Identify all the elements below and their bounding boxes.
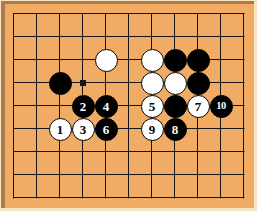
stone-black: 4	[95, 95, 118, 118]
board-point	[49, 141, 72, 164]
board-point: 2	[72, 95, 95, 118]
board-point	[118, 187, 141, 210]
stone-number: 2	[80, 99, 87, 112]
board-point	[210, 118, 233, 141]
board-point	[95, 26, 118, 49]
board-point	[210, 49, 233, 72]
board-point	[118, 26, 141, 49]
stone-white	[164, 72, 187, 95]
board-point	[210, 187, 233, 210]
board-point	[3, 49, 26, 72]
stone-white: 3	[72, 118, 95, 141]
board-point	[118, 72, 141, 95]
board-point	[164, 164, 187, 187]
board-point	[26, 118, 49, 141]
board-point	[210, 26, 233, 49]
stone-number: 5	[149, 99, 156, 112]
board-point: 7	[187, 95, 210, 118]
stone-number: 7	[195, 99, 202, 112]
board-point	[187, 164, 210, 187]
board-point	[72, 3, 95, 26]
board-point	[118, 3, 141, 26]
stone-white	[141, 49, 164, 72]
board-point	[164, 72, 187, 95]
board-point	[72, 49, 95, 72]
stone-white: 7	[187, 95, 210, 118]
go-diagram: 24571013698	[0, 0, 257, 211]
board-point	[49, 187, 72, 210]
stone-black: 8	[164, 118, 187, 141]
board-point: 6	[95, 118, 118, 141]
stone-number: 9	[149, 122, 156, 135]
board-point	[3, 3, 26, 26]
board-point	[26, 187, 49, 210]
board-point	[26, 141, 49, 164]
board-point	[233, 187, 256, 210]
board-point	[3, 95, 26, 118]
board-point	[95, 141, 118, 164]
board-point	[233, 26, 256, 49]
board-point	[187, 72, 210, 95]
board-point	[233, 95, 256, 118]
board-point	[210, 72, 233, 95]
board-point	[187, 118, 210, 141]
board-point	[49, 72, 72, 95]
board-point	[49, 3, 72, 26]
board-point: 8	[164, 118, 187, 141]
board-point	[49, 26, 72, 49]
stone-black	[164, 95, 187, 118]
board-point	[141, 187, 164, 210]
board-point: 10	[210, 95, 233, 118]
stone-number: 6	[103, 122, 110, 135]
stone-number: 10	[216, 100, 225, 111]
board-point	[95, 72, 118, 95]
stone-black	[187, 49, 210, 72]
board-grid: 24571013698	[3, 3, 256, 210]
stone-black: 10	[210, 95, 233, 118]
board-point	[49, 49, 72, 72]
board-point	[164, 95, 187, 118]
board-point	[3, 164, 26, 187]
board-point	[118, 118, 141, 141]
board-point	[72, 72, 95, 95]
board-point	[233, 3, 256, 26]
board-point	[210, 164, 233, 187]
stone-black: 2	[72, 95, 95, 118]
board-point	[3, 141, 26, 164]
board-point	[141, 141, 164, 164]
stone-white: 9	[141, 118, 164, 141]
board-point	[141, 3, 164, 26]
board-point	[210, 3, 233, 26]
board-point	[187, 3, 210, 26]
board-point	[95, 164, 118, 187]
board-point	[26, 95, 49, 118]
board-point	[26, 164, 49, 187]
board-point	[26, 26, 49, 49]
board-point	[164, 26, 187, 49]
board-point	[164, 3, 187, 26]
stone-number: 1	[57, 122, 64, 135]
board-point	[72, 164, 95, 187]
board-point	[26, 3, 49, 26]
board-point: 9	[141, 118, 164, 141]
stone-white: 5	[141, 95, 164, 118]
board-point	[49, 164, 72, 187]
stone-white: 1	[49, 118, 72, 141]
board-point	[187, 141, 210, 164]
board-point	[95, 3, 118, 26]
board-point	[49, 95, 72, 118]
stone-black	[49, 72, 72, 95]
stone-number: 4	[103, 99, 110, 112]
board-point	[210, 141, 233, 164]
board-point	[118, 95, 141, 118]
board-point	[233, 141, 256, 164]
board-point	[233, 118, 256, 141]
board-point	[3, 72, 26, 95]
board-point	[3, 187, 26, 210]
board-point	[3, 118, 26, 141]
board-point: 3	[72, 118, 95, 141]
board-point: 1	[49, 118, 72, 141]
board-point: 5	[141, 95, 164, 118]
board-point	[141, 26, 164, 49]
board-point	[141, 72, 164, 95]
board-point	[72, 141, 95, 164]
board-point	[95, 187, 118, 210]
board-point	[187, 26, 210, 49]
stone-number: 3	[80, 122, 87, 135]
board-point: 4	[95, 95, 118, 118]
board-point	[95, 49, 118, 72]
board-point	[26, 72, 49, 95]
star-point-marker	[80, 80, 86, 86]
board-point	[118, 49, 141, 72]
board-point	[72, 187, 95, 210]
board-point	[72, 26, 95, 49]
board-point	[233, 49, 256, 72]
stone-white	[95, 49, 118, 72]
board-point	[164, 187, 187, 210]
board-point	[141, 164, 164, 187]
stone-black: 6	[95, 118, 118, 141]
board-point	[3, 26, 26, 49]
board-point	[141, 49, 164, 72]
board-point	[233, 164, 256, 187]
board-point	[164, 49, 187, 72]
board-point	[118, 164, 141, 187]
board-point	[187, 49, 210, 72]
board-point	[118, 141, 141, 164]
board-point	[26, 49, 49, 72]
board-point	[164, 141, 187, 164]
stone-white	[141, 72, 164, 95]
stone-number: 8	[172, 122, 179, 135]
board-point	[187, 187, 210, 210]
stone-black	[164, 49, 187, 72]
board-point	[233, 72, 256, 95]
stone-black	[187, 72, 210, 95]
